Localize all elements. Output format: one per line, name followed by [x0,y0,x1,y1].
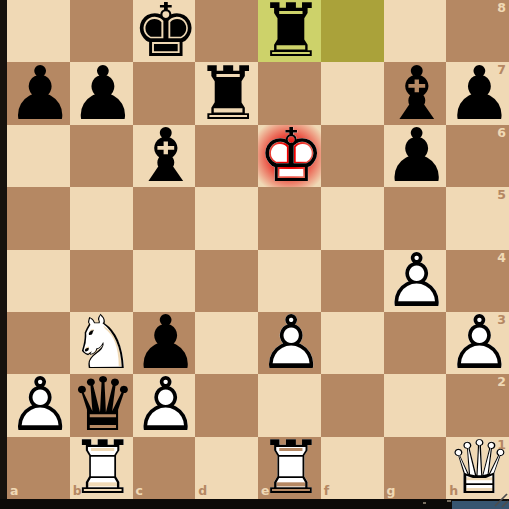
black-rook-glyph: ♜ [258,0,324,61]
file-label-g: g [387,485,396,498]
white-pawn-outline: ♙ [384,249,450,311]
white-pawn-outline: ♙ [133,373,199,435]
white-pawn-outline: ♙ [446,311,509,373]
square-a7[interactable]: ♟ [7,62,70,124]
white-pawn[interactable]: ♟♙ [7,374,70,436]
rank-label-6: 6 [497,127,506,140]
white-pawn-outline: ♙ [258,311,324,373]
white-rook-outline: ♖ [70,436,136,498]
white-pawn[interactable]: ♟♙ [446,312,509,374]
square-c1[interactable]: c [133,437,196,499]
page-left-gutter [0,0,7,509]
white-pawn-outline: ♙ [7,373,73,435]
black-pawn[interactable]: ♟ [7,62,70,124]
white-rook[interactable]: ♜♖ [70,437,133,499]
square-d3[interactable] [195,312,258,374]
square-b1[interactable]: b♜♖ [70,437,133,499]
black-bishop[interactable]: ♝ [133,125,196,187]
square-d6[interactable] [195,125,258,187]
square-f2[interactable] [321,374,384,436]
black-pawn-glyph: ♟ [7,62,73,124]
square-g2[interactable] [384,374,447,436]
black-pawn-glyph: ♟ [384,124,450,186]
square-a6[interactable] [7,125,70,187]
square-d2[interactable] [195,374,258,436]
square-h1[interactable]: h1♛♕ [446,437,509,499]
board-resize-handle[interactable] [492,491,509,508]
square-a1[interactable]: a [7,437,70,499]
black-rook[interactable]: ♜ [195,62,258,124]
white-pawn[interactable]: ♟♙ [384,250,447,312]
rank-label-8: 8 [497,2,506,15]
file-label-c: c [136,485,143,498]
square-c8[interactable]: ♚ [133,0,196,62]
text-fragment [447,500,451,502]
square-h7[interactable]: 7♟ [446,62,509,124]
square-f6[interactable] [321,125,384,187]
white-queen[interactable]: ♛♕ [446,437,509,499]
square-c6[interactable]: ♝ [133,125,196,187]
square-b5[interactable] [70,187,133,249]
square-h5[interactable]: 5 [446,187,509,249]
square-f3[interactable] [321,312,384,374]
rank-label-2: 2 [497,376,506,389]
rank-label-4: 4 [497,252,506,265]
square-h3[interactable]: 3♟♙ [446,312,509,374]
text-fragment [423,502,426,504]
square-d5[interactable] [195,187,258,249]
chess-board[interactable]: ♚♜8♟♟♜♝7♟♝♚♔♟65♟♙4♞♘♟♟♙3♟♙♟♙♛♟♙2ab♜♖cde♜… [7,0,509,499]
white-king-outline: ♔ [258,124,324,186]
white-queen-outline: ♕ [446,436,509,498]
white-rook[interactable]: ♜♖ [258,437,321,499]
rank-label-5: 5 [497,189,506,202]
white-pawn[interactable]: ♟♙ [133,374,196,436]
square-c5[interactable] [133,187,196,249]
square-g4[interactable]: ♟♙ [384,250,447,312]
black-rook-glyph: ♜ [195,62,261,124]
file-label-a: a [10,485,18,498]
square-f7[interactable] [321,62,384,124]
file-label-f: f [324,485,329,498]
square-a4[interactable] [7,250,70,312]
square-d4[interactable] [195,250,258,312]
black-pawn[interactable]: ♟ [384,125,447,187]
square-h6[interactable]: 6 [446,125,509,187]
square-d7[interactable]: ♜ [195,62,258,124]
square-e6[interactable]: ♚♔ [258,125,321,187]
black-king-glyph: ♚ [133,0,199,61]
square-a5[interactable] [7,187,70,249]
square-f8[interactable] [321,0,384,62]
black-pawn-glyph: ♟ [70,62,136,124]
white-rook-outline: ♖ [258,436,324,498]
square-f4[interactable] [321,250,384,312]
black-pawn[interactable]: ♟ [446,62,509,124]
square-e5[interactable] [258,187,321,249]
page-bottom-gutter [0,499,509,509]
square-c2[interactable]: ♟♙ [133,374,196,436]
square-g3[interactable] [384,312,447,374]
black-bishop-glyph: ♝ [133,124,199,186]
square-f5[interactable] [321,187,384,249]
square-e1[interactable]: e♜♖ [258,437,321,499]
square-g1[interactable]: g [384,437,447,499]
black-rook[interactable]: ♜ [258,0,321,62]
black-pawn[interactable]: ♟ [70,62,133,124]
square-e8[interactable]: ♜ [258,0,321,62]
square-g6[interactable]: ♟ [384,125,447,187]
square-d1[interactable]: d [195,437,258,499]
white-pawn[interactable]: ♟♙ [258,312,321,374]
square-f1[interactable]: f [321,437,384,499]
black-king[interactable]: ♚ [133,0,196,62]
white-king[interactable]: ♚♔ [258,125,321,187]
square-b7[interactable]: ♟ [70,62,133,124]
square-b6[interactable] [70,125,133,187]
square-a2[interactable]: ♟♙ [7,374,70,436]
black-pawn-glyph: ♟ [446,62,509,124]
file-label-d: d [198,485,207,498]
square-e3[interactable]: ♟♙ [258,312,321,374]
